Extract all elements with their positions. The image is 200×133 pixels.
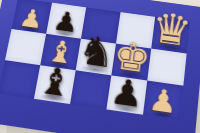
white-queen-piece[interactable]: ♛ xyxy=(149,6,194,53)
square-b5[interactable] xyxy=(5,29,46,66)
square-d5[interactable]: ♞ xyxy=(76,38,116,75)
square-f6[interactable]: ♛ xyxy=(151,17,190,53)
white-pawn-piece[interactable]: ♟ xyxy=(147,84,179,118)
white-pawn-piece[interactable]: ♟ xyxy=(17,4,45,31)
square-e4[interactable]: ♟ xyxy=(106,76,147,115)
black-pawn-piece[interactable]: ♟ xyxy=(51,7,81,36)
chess-board: ♟♟♛♝♞♚♝♟♟ xyxy=(0,0,200,133)
square-b6[interactable]: ♟ xyxy=(12,0,52,33)
square-f4[interactable]: ♟ xyxy=(143,81,183,120)
black-pawn-piece[interactable]: ♟ xyxy=(108,74,145,114)
square-c4[interactable]: ♝ xyxy=(34,65,76,103)
black-bishop-piece[interactable]: ♝ xyxy=(35,61,75,102)
board-grid: ♟♟♛♝♞♚♝♟♟ xyxy=(0,0,190,120)
